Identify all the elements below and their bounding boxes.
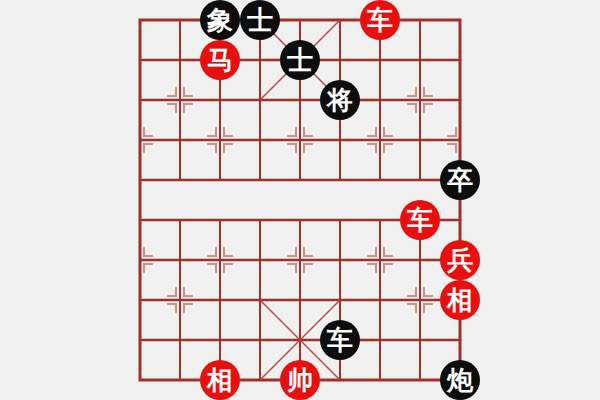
xiangqi-app: 象士车马士将卒车兵相车相帅炮: [0, 0, 600, 400]
black-general[interactable]: 将: [320, 80, 360, 120]
board-intersection[interactable]: [400, 0, 440, 40]
board-intersection[interactable]: [200, 200, 240, 240]
board-intersection[interactable]: [200, 80, 240, 120]
board-intersection[interactable]: [280, 160, 320, 200]
board-intersection[interactable]: [240, 40, 280, 80]
board-intersection[interactable]: [440, 320, 480, 360]
board-intersection[interactable]: 车: [320, 320, 360, 360]
board-intersection[interactable]: [240, 120, 280, 160]
board-intersection[interactable]: [200, 160, 240, 200]
board-intersection[interactable]: [200, 280, 240, 320]
board-intersection[interactable]: [280, 320, 320, 360]
board-intersection[interactable]: [400, 240, 440, 280]
black-cannon[interactable]: 炮: [440, 360, 480, 400]
board-intersection[interactable]: 车: [360, 0, 400, 40]
board-intersection[interactable]: [160, 360, 200, 400]
board-intersection[interactable]: 卒: [440, 160, 480, 200]
board-intersection[interactable]: [160, 320, 200, 360]
board-intersection[interactable]: 士: [280, 40, 320, 80]
board-intersection[interactable]: [440, 120, 480, 160]
board-intersection[interactable]: [120, 160, 160, 200]
board-intersection[interactable]: [400, 80, 440, 120]
board-intersection[interactable]: [120, 40, 160, 80]
red-soldier[interactable]: 兵: [440, 240, 480, 280]
board-intersection[interactable]: [280, 120, 320, 160]
board-intersection[interactable]: 士: [240, 0, 280, 40]
board-intersection[interactable]: 相: [440, 280, 480, 320]
board-intersection[interactable]: [320, 240, 360, 280]
black-chariot[interactable]: 车: [320, 320, 360, 360]
board-intersection[interactable]: [400, 120, 440, 160]
board-intersection[interactable]: [120, 240, 160, 280]
board-intersection[interactable]: 车: [400, 200, 440, 240]
board-intersection[interactable]: [400, 360, 440, 400]
board-intersection[interactable]: [120, 320, 160, 360]
board-intersection[interactable]: [160, 280, 200, 320]
board-intersection[interactable]: [160, 0, 200, 40]
board-intersection[interactable]: [120, 280, 160, 320]
board-intersection[interactable]: [440, 200, 480, 240]
board-intersection[interactable]: [120, 80, 160, 120]
board-intersection[interactable]: [400, 40, 440, 80]
board-grid: 象士车马士将卒车兵相车相帅炮: [120, 0, 480, 400]
board-intersection[interactable]: [360, 80, 400, 120]
black-advisor[interactable]: 士: [240, 0, 280, 40]
board-intersection[interactable]: [240, 80, 280, 120]
board-intersection[interactable]: [440, 0, 480, 40]
board-intersection[interactable]: 马: [200, 40, 240, 80]
black-elephant[interactable]: 象: [200, 0, 240, 40]
red-chariot[interactable]: 车: [360, 0, 400, 40]
board-intersection[interactable]: [360, 320, 400, 360]
board-intersection[interactable]: [240, 360, 280, 400]
board-intersection[interactable]: [320, 280, 360, 320]
red-elephant[interactable]: 相: [200, 360, 240, 400]
board-intersection[interactable]: 将: [320, 80, 360, 120]
red-general[interactable]: 帅: [280, 360, 320, 400]
board-intersection[interactable]: [360, 160, 400, 200]
board-intersection[interactable]: [120, 200, 160, 240]
board-intersection[interactable]: [360, 280, 400, 320]
board-intersection[interactable]: [320, 40, 360, 80]
board-intersection[interactable]: [320, 200, 360, 240]
board-intersection[interactable]: [280, 280, 320, 320]
board-intersection[interactable]: [360, 240, 400, 280]
board-intersection[interactable]: 象: [200, 0, 240, 40]
board-intersection[interactable]: [280, 200, 320, 240]
board-intersection[interactable]: [320, 360, 360, 400]
board-intersection[interactable]: [160, 200, 200, 240]
board-intersection[interactable]: [200, 120, 240, 160]
board-intersection[interactable]: [240, 280, 280, 320]
board-intersection[interactable]: 兵: [440, 240, 480, 280]
black-soldier[interactable]: 卒: [440, 160, 480, 200]
board-intersection[interactable]: [200, 240, 240, 280]
board-intersection[interactable]: [400, 160, 440, 200]
board-intersection[interactable]: 相: [200, 360, 240, 400]
board-intersection[interactable]: [320, 0, 360, 40]
board-intersection[interactable]: [200, 320, 240, 360]
board-intersection[interactable]: [160, 120, 200, 160]
board-intersection[interactable]: [320, 160, 360, 200]
board-intersection[interactable]: 炮: [440, 360, 480, 400]
board-intersection[interactable]: [160, 160, 200, 200]
board-intersection[interactable]: [120, 360, 160, 400]
board-intersection[interactable]: [360, 200, 400, 240]
board-intersection[interactable]: [160, 80, 200, 120]
board-intersection[interactable]: [360, 120, 400, 160]
board-intersection[interactable]: [120, 120, 160, 160]
board-intersection[interactable]: [400, 280, 440, 320]
board-intersection[interactable]: [360, 40, 400, 80]
board-intersection[interactable]: [240, 320, 280, 360]
board-intersection[interactable]: [400, 320, 440, 360]
red-elephant[interactable]: 相: [440, 280, 480, 320]
board-intersection[interactable]: [160, 240, 200, 280]
board-intersection[interactable]: [280, 0, 320, 40]
board-intersection[interactable]: [120, 0, 160, 40]
board-intersection[interactable]: [280, 80, 320, 120]
black-advisor[interactable]: 士: [280, 40, 320, 80]
red-chariot[interactable]: 车: [400, 200, 440, 240]
board-intersection[interactable]: 帅: [280, 360, 320, 400]
board-intersection[interactable]: [160, 40, 200, 80]
board-intersection[interactable]: [240, 240, 280, 280]
red-horse[interactable]: 马: [200, 40, 240, 80]
board-intersection[interactable]: [360, 360, 400, 400]
board-intersection[interactable]: [440, 80, 480, 120]
board-intersection[interactable]: [240, 160, 280, 200]
board-intersection[interactable]: [440, 40, 480, 80]
board-intersection[interactable]: [320, 120, 360, 160]
board-intersection[interactable]: [280, 240, 320, 280]
board-intersection[interactable]: [240, 200, 280, 240]
